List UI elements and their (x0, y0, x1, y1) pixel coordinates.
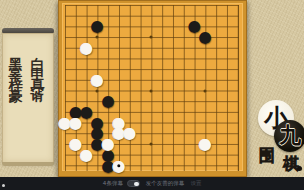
logo-ink-dot (297, 166, 302, 171)
danmaku-settings-text[interactable]: 设置 (191, 179, 202, 187)
channel-logo: 小 九 围 棋 (247, 90, 304, 177)
star-point (96, 143, 99, 146)
star-point (204, 143, 207, 146)
player-name-scroll: 白申真谞 黑辜梓豪 (2, 33, 54, 163)
black-player-column: 黑辜梓豪 (9, 46, 23, 86)
progress-dot[interactable] (2, 184, 5, 187)
star-point (150, 143, 153, 146)
danmaku-toggle[interactable] (127, 180, 140, 187)
go-board (58, 0, 247, 177)
logo-black-stone: 九 (274, 120, 304, 152)
logo-char-jiu: 九 (279, 122, 301, 148)
star-point (204, 36, 207, 39)
logo-char-wei: 围 (259, 146, 275, 167)
danmaku-input-hint[interactable]: 发个友善的弹幕 (146, 179, 185, 187)
white-player-column: 白申真谞 (31, 46, 45, 86)
board-field (62, 3, 243, 171)
video-frame: 白申真谞 黑辜梓豪 ●●●●●●●●●●●●●●●●●●●●●●● 小 九 围 … (0, 0, 304, 190)
star-point (150, 89, 153, 92)
toggle-knob-icon (134, 182, 139, 187)
danmaku-count-text: 4条弹幕 (102, 179, 122, 187)
star-point (150, 36, 153, 39)
player-bar[interactable]: 4条弹幕 发个友善的弹幕 设置 (0, 177, 304, 190)
star-point (96, 36, 99, 39)
logo-char-qi: 棋 (283, 154, 299, 175)
star-point (204, 89, 207, 92)
star-point (96, 89, 99, 92)
board-grid-lines (65, 5, 239, 171)
